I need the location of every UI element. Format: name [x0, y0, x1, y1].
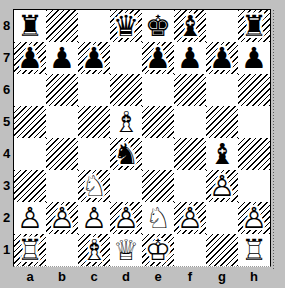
- piece-white-rook: ♖: [238, 234, 270, 266]
- piece-black-bishop: ♝: [206, 138, 238, 170]
- square-g8[interactable]: [206, 10, 238, 42]
- rank-label-7: 7: [0, 41, 13, 73]
- black-bishop-halo: ♝: [174, 10, 206, 42]
- white-knight-halo: ♞: [142, 202, 174, 234]
- square-h8[interactable]: ♜♜: [238, 10, 270, 42]
- square-c6[interactable]: [78, 74, 110, 106]
- white-pawn-halo: ♟: [14, 202, 46, 234]
- file-label-g: g: [206, 268, 238, 285]
- square-d4[interactable]: ♞♞: [110, 138, 142, 170]
- square-e3[interactable]: [142, 170, 174, 202]
- file-label-e: e: [142, 268, 174, 285]
- piece-black-pawn: ♟: [174, 42, 206, 74]
- square-c2[interactable]: ♟♙: [78, 202, 110, 234]
- square-c1[interactable]: ♝♗: [78, 234, 110, 266]
- square-b1[interactable]: [46, 234, 78, 266]
- piece-black-king: ♚: [142, 10, 174, 42]
- file-label-h: h: [238, 268, 270, 285]
- piece-white-bishop: ♗: [78, 234, 110, 266]
- square-h6[interactable]: [238, 74, 270, 106]
- square-a8[interactable]: ♜♜: [14, 10, 46, 42]
- file-label-c: c: [78, 268, 110, 285]
- rank-label-8: 8: [0, 9, 13, 41]
- black-pawn-halo: ♟: [46, 42, 78, 74]
- square-f1[interactable]: [174, 234, 206, 266]
- piece-black-pawn: ♟: [206, 42, 238, 74]
- black-knight-halo: ♞: [110, 138, 142, 170]
- square-f2[interactable]: ♟♙: [174, 202, 206, 234]
- square-h3[interactable]: [238, 170, 270, 202]
- white-rook-halo: ♜: [14, 234, 46, 266]
- piece-black-rook: ♜: [14, 10, 46, 42]
- piece-white-pawn: ♙: [46, 202, 78, 234]
- square-g3[interactable]: ♟♙: [206, 170, 238, 202]
- file-label-b: b: [46, 268, 78, 285]
- square-b8[interactable]: [46, 10, 78, 42]
- square-e5[interactable]: [142, 106, 174, 138]
- black-pawn-halo: ♟: [142, 42, 174, 74]
- square-e8[interactable]: ♚♚: [142, 10, 174, 42]
- file-label-f: f: [174, 268, 206, 285]
- piece-black-pawn: ♟: [238, 42, 270, 74]
- piece-white-pawn: ♙: [78, 202, 110, 234]
- piece-white-queen: ♕: [110, 234, 142, 266]
- square-a2[interactable]: ♟♙: [14, 202, 46, 234]
- square-b6[interactable]: [46, 74, 78, 106]
- square-c7[interactable]: ♟♟: [78, 42, 110, 74]
- square-f5[interactable]: [174, 106, 206, 138]
- piece-white-pawn: ♙: [206, 170, 238, 202]
- square-f8[interactable]: ♝♝: [174, 10, 206, 42]
- square-b3[interactable]: [46, 170, 78, 202]
- square-a1[interactable]: ♜♖: [14, 234, 46, 266]
- piece-black-queen: ♛: [110, 10, 142, 42]
- black-pawn-halo: ♟: [206, 42, 238, 74]
- piece-white-bishop: ♗: [110, 106, 142, 138]
- square-b2[interactable]: ♟♙: [46, 202, 78, 234]
- square-g7[interactable]: ♟♟: [206, 42, 238, 74]
- square-g5[interactable]: [206, 106, 238, 138]
- square-d5[interactable]: ♝♗: [110, 106, 142, 138]
- square-c4[interactable]: [78, 138, 110, 170]
- file-labels: abcdefgh: [14, 268, 270, 285]
- piece-white-pawn: ♙: [14, 202, 46, 234]
- black-pawn-halo: ♟: [238, 42, 270, 74]
- selection-marquee-line: [273, 10, 274, 270]
- square-a7[interactable]: ♟♟: [14, 42, 46, 74]
- black-rook-halo: ♜: [238, 10, 270, 42]
- piece-white-rook: ♖: [14, 234, 46, 266]
- square-c8[interactable]: [78, 10, 110, 42]
- white-pawn-halo: ♟: [206, 170, 238, 202]
- square-a3[interactable]: [14, 170, 46, 202]
- piece-white-knight: ♘: [142, 202, 174, 234]
- piece-black-knight: ♞: [110, 138, 142, 170]
- square-h5[interactable]: [238, 106, 270, 138]
- white-pawn-halo: ♟: [78, 202, 110, 234]
- chess-board: ♜♜♛♛♚♚♝♝♜♜♟♟♟♟♟♟♟♟♟♟♟♟♟♟♝♗♞♞♝♝♞♘♟♙♟♙♟♙♟♙…: [13, 9, 271, 267]
- square-f4[interactable]: [174, 138, 206, 170]
- piece-black-bishop: ♝: [174, 10, 206, 42]
- piece-black-pawn: ♟: [142, 42, 174, 74]
- white-pawn-halo: ♟: [46, 202, 78, 234]
- black-pawn-halo: ♟: [78, 42, 110, 74]
- square-c3[interactable]: ♞♘: [78, 170, 110, 202]
- square-g1[interactable]: [206, 234, 238, 266]
- rank-label-2: 2: [0, 201, 13, 233]
- square-f6[interactable]: [174, 74, 206, 106]
- rank-label-4: 4: [0, 137, 13, 169]
- square-d2[interactable]: ♟♙: [110, 202, 142, 234]
- piece-black-rook: ♜: [238, 10, 270, 42]
- white-knight-halo: ♞: [78, 170, 110, 202]
- square-e1[interactable]: ♚♔: [142, 234, 174, 266]
- square-d8[interactable]: ♛♛: [110, 10, 142, 42]
- rank-label-1: 1: [0, 233, 13, 265]
- square-g2[interactable]: [206, 202, 238, 234]
- square-d3[interactable]: [110, 170, 142, 202]
- black-king-halo: ♚: [142, 10, 174, 42]
- white-bishop-halo: ♝: [110, 106, 142, 138]
- black-bishop-halo: ♝: [206, 138, 238, 170]
- square-h1[interactable]: ♜♖: [238, 234, 270, 266]
- piece-white-pawn: ♙: [174, 202, 206, 234]
- square-d1[interactable]: ♛♕: [110, 234, 142, 266]
- piece-black-pawn: ♟: [78, 42, 110, 74]
- black-pawn-halo: ♟: [174, 42, 206, 74]
- square-g6[interactable]: [206, 74, 238, 106]
- square-c5[interactable]: [78, 106, 110, 138]
- chess-diagram: 87654321 ♜♜♛♛♚♚♝♝♜♜♟♟♟♟♟♟♟♟♟♟♟♟♟♟♝♗♞♞♝♝♞…: [0, 0, 285, 288]
- square-a4[interactable]: [14, 138, 46, 170]
- square-f7[interactable]: ♟♟: [174, 42, 206, 74]
- white-rook-halo: ♜: [238, 234, 270, 266]
- square-a5[interactable]: [14, 106, 46, 138]
- square-e2[interactable]: ♞♘: [142, 202, 174, 234]
- square-d6[interactable]: [110, 74, 142, 106]
- piece-white-knight: ♘: [78, 170, 110, 202]
- square-d7[interactable]: [110, 42, 142, 74]
- square-e7[interactable]: ♟♟: [142, 42, 174, 74]
- square-e6[interactable]: [142, 74, 174, 106]
- white-pawn-halo: ♟: [174, 202, 206, 234]
- white-bishop-halo: ♝: [78, 234, 110, 266]
- piece-white-pawn: ♙: [110, 202, 142, 234]
- square-b4[interactable]: [46, 138, 78, 170]
- white-queen-halo: ♛: [110, 234, 142, 266]
- square-e4[interactable]: [142, 138, 174, 170]
- black-rook-halo: ♜: [14, 10, 46, 42]
- file-label-a: a: [14, 268, 46, 285]
- white-pawn-halo: ♟: [110, 202, 142, 234]
- black-pawn-halo: ♟: [14, 42, 46, 74]
- piece-white-king: ♔: [142, 234, 174, 266]
- square-a6[interactable]: [14, 74, 46, 106]
- white-king-halo: ♚: [142, 234, 174, 266]
- square-h2[interactable]: ♟♙: [238, 202, 270, 234]
- file-label-d: d: [110, 268, 142, 285]
- piece-white-pawn: ♙: [238, 202, 270, 234]
- rank-label-3: 3: [0, 169, 13, 201]
- white-pawn-halo: ♟: [238, 202, 270, 234]
- rank-label-6: 6: [0, 73, 13, 105]
- square-h7[interactable]: ♟♟: [238, 42, 270, 74]
- black-queen-halo: ♛: [110, 10, 142, 42]
- piece-black-pawn: ♟: [14, 42, 46, 74]
- square-g4[interactable]: ♝♝: [206, 138, 238, 170]
- square-b5[interactable]: [46, 106, 78, 138]
- piece-black-pawn: ♟: [46, 42, 78, 74]
- square-h4[interactable]: [238, 138, 270, 170]
- rank-label-5: 5: [0, 105, 13, 137]
- square-b7[interactable]: ♟♟: [46, 42, 78, 74]
- square-f3[interactable]: [174, 170, 206, 202]
- rank-labels: 87654321: [0, 9, 13, 265]
